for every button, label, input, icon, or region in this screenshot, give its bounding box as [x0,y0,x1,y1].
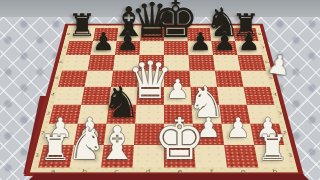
rank-label-left-7: 7 [61,46,68,49]
square-h4 [243,87,274,105]
square-b6 [88,55,115,70]
rank-label-left-5: 5 [53,76,61,79]
piece-white-bishop-c1: ♝ [95,121,141,167]
rank-label-left-6: 6 [57,61,65,64]
square-a6 [62,55,90,70]
square-a4 [54,87,85,105]
piece-black-pawn-h7: ♟ [236,30,261,55]
captured-white-pawn: ♟ [264,50,293,79]
square-g6 [213,55,240,70]
rank-label-left-4: 4 [48,93,57,97]
square-a7 [66,41,93,55]
file-label-bottom-h: h [259,169,292,174]
square-g1 [224,145,258,168]
piece-black-pawn-f7: ♟ [188,30,213,55]
rank-label-right-4: 4 [271,93,280,97]
square-h6 [238,55,266,70]
square-a5 [58,70,88,86]
board-front-edge [28,174,310,180]
piece-black-pawn-b7: ♟ [91,30,116,55]
piece-white-pawn-g2: ♟ [225,115,252,142]
piece-white-rook-h1: ♜ [255,130,290,165]
file-label-bottom-a: a [36,169,69,174]
square-f6 [189,55,215,70]
photo-chess-scene: 1122334455667788aabbccddeeffgghh ♜♝♛♚♞♜♟… [0,0,320,180]
piece-white-king-e1: ♚ [151,111,208,168]
piece-black-pawn-g7: ♟ [212,30,237,55]
file-label-bottom-g: g [227,169,260,174]
